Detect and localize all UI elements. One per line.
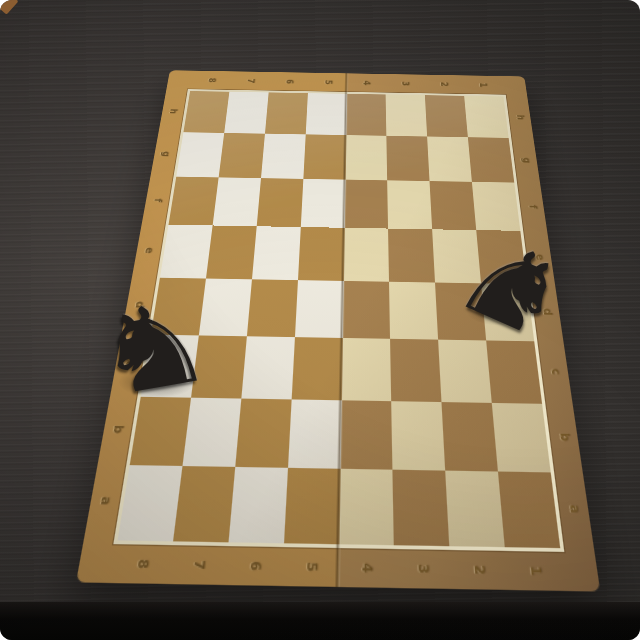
square-e7[interactable] [206,226,257,279]
square-h4[interactable] [346,94,387,136]
square-e3[interactable] [388,229,435,282]
coord-label-right-a: a [567,505,581,514]
square-b5[interactable] [288,399,342,468]
coord-label-left-g: g [160,151,171,157]
square-d4[interactable] [343,281,391,339]
coord-label-right-c: c [549,368,562,375]
coord-label-bottom-6: 6 [247,561,261,571]
square-g1[interactable] [468,137,514,182]
square-g6[interactable] [261,134,306,179]
square-b4[interactable] [340,400,393,469]
coord-label-right-b: b [557,433,571,442]
coord-label-top-5: 5 [323,80,332,85]
coord-label-left-f: f [152,198,163,202]
coord-label-bottom-8: 8 [134,559,149,569]
coord-label-bottom-2: 2 [472,565,486,575]
coord-label-top-1: 1 [478,82,488,87]
coord-label-top-6: 6 [284,79,294,84]
square-b6[interactable] [235,398,291,467]
coord-label-bottom-3: 3 [416,564,430,574]
square-f5[interactable] [300,179,345,228]
square-c3[interactable] [390,338,441,401]
square-g8[interactable] [176,132,224,177]
square-g5[interactable] [303,134,346,179]
square-b3[interactable] [392,401,446,471]
coord-label-bottom-4: 4 [360,563,374,573]
square-a2[interactable] [445,470,504,547]
table-photo: 8765432187654321hgfedcbahgfedcba ♞♞ [0,0,640,640]
square-f6[interactable] [256,178,303,227]
coord-label-top-3: 3 [400,81,409,86]
coord-label-bottom-1: 1 [528,566,543,576]
square-g2[interactable] [427,137,472,182]
square-c2[interactable] [438,339,492,402]
square-e4[interactable] [344,228,390,281]
square-h8[interactable] [183,91,229,133]
coord-label-right-h: h [515,114,525,119]
square-g3[interactable] [387,136,430,181]
coord-label-top-8: 8 [206,78,216,83]
square-b1[interactable] [492,403,551,473]
coord-label-left-h: h [168,108,178,113]
square-c5[interactable] [291,337,342,400]
square-f7[interactable] [212,178,260,227]
coord-label-left-e: e [143,247,155,253]
square-a4[interactable] [339,469,394,546]
square-b2[interactable] [442,402,498,472]
black-knight-left[interactable]: ♞ [85,284,220,413]
table-front-edge [0,602,640,640]
coord-label-left-b: b [111,425,125,434]
square-h6[interactable] [265,92,308,134]
coord-label-left-a: a [98,497,112,506]
square-h3[interactable] [386,94,427,136]
square-a5[interactable] [284,468,341,545]
square-f4[interactable] [344,180,388,229]
square-a6[interactable] [228,467,287,544]
square-a3[interactable] [393,470,450,547]
square-a7[interactable] [173,466,235,542]
square-c4[interactable] [341,338,391,401]
square-h7[interactable] [224,92,268,134]
coord-label-top-4: 4 [362,80,371,85]
square-d3[interactable] [389,281,438,339]
square-e5[interactable] [298,227,345,280]
coord-label-top-2: 2 [439,82,449,87]
square-d5[interactable] [295,280,344,338]
coord-label-bottom-7: 7 [191,560,206,570]
square-a8[interactable] [118,465,183,541]
square-f2[interactable] [430,181,477,230]
square-e8[interactable] [160,225,212,278]
coord-label-top-7: 7 [245,78,255,83]
square-h1[interactable] [464,96,508,138]
square-c6[interactable] [241,336,294,399]
square-d6[interactable] [247,279,298,337]
square-f8[interactable] [168,177,218,226]
coord-label-right-g: g [521,157,532,163]
square-g4[interactable] [345,135,387,180]
square-e6[interactable] [252,227,301,280]
square-h2[interactable] [425,95,468,137]
square-g7[interactable] [218,133,264,178]
square-h5[interactable] [305,93,346,135]
square-a1[interactable] [498,471,560,548]
table-corner-object [0,0,18,15]
square-f3[interactable] [388,181,433,230]
coord-label-bottom-5: 5 [303,562,317,572]
coord-label-right-f: f [527,205,538,209]
